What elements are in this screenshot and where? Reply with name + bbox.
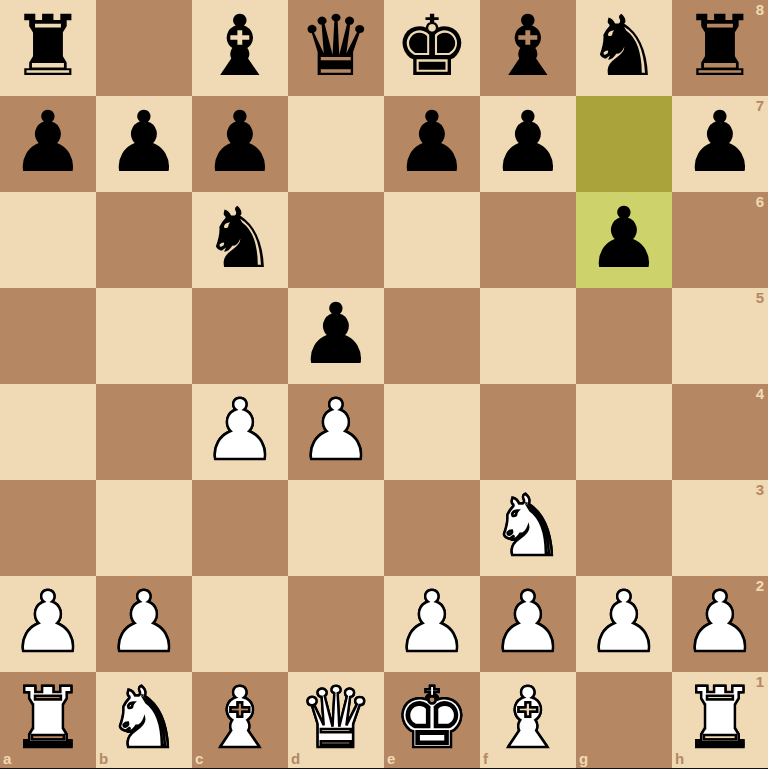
- square-h8[interactable]: ♜8: [672, 0, 768, 96]
- square-c5[interactable]: [192, 288, 288, 384]
- piece-black-knight[interactable]: ♞: [202, 190, 277, 286]
- coord-rank-6: 6: [756, 194, 764, 209]
- square-a4[interactable]: [0, 384, 96, 480]
- square-c2[interactable]: [192, 576, 288, 672]
- square-a6[interactable]: [0, 192, 96, 288]
- coord-file-g: g: [579, 751, 588, 766]
- piece-white-pawn[interactable]: ♟: [490, 574, 565, 670]
- square-f4[interactable]: [480, 384, 576, 480]
- square-e5[interactable]: [384, 288, 480, 384]
- square-e4[interactable]: [384, 384, 480, 480]
- square-h6[interactable]: 6: [672, 192, 768, 288]
- piece-black-knight[interactable]: ♞: [586, 0, 661, 94]
- square-d5[interactable]: ♟: [288, 288, 384, 384]
- square-d4[interactable]: ♟: [288, 384, 384, 480]
- square-f5[interactable]: [480, 288, 576, 384]
- piece-white-bishop[interactable]: ♝: [202, 670, 277, 766]
- piece-white-queen[interactable]: ♛: [298, 670, 373, 766]
- coord-file-f: f: [483, 751, 488, 766]
- piece-white-king[interactable]: ♚: [394, 670, 469, 766]
- square-g4[interactable]: [576, 384, 672, 480]
- square-a1[interactable]: ♜a: [0, 672, 96, 768]
- piece-black-queen[interactable]: ♛: [298, 0, 373, 94]
- square-g6[interactable]: ♟: [576, 192, 672, 288]
- piece-black-king[interactable]: ♚: [394, 0, 469, 94]
- piece-white-knight[interactable]: ♞: [106, 670, 181, 766]
- square-e3[interactable]: [384, 480, 480, 576]
- piece-black-pawn[interactable]: ♟: [682, 94, 757, 190]
- square-d7[interactable]: [288, 96, 384, 192]
- piece-black-pawn[interactable]: ♟: [298, 286, 373, 382]
- piece-black-pawn[interactable]: ♟: [106, 94, 181, 190]
- square-e8[interactable]: ♚: [384, 0, 480, 96]
- piece-white-knight[interactable]: ♞: [490, 478, 565, 574]
- piece-white-rook[interactable]: ♜: [682, 670, 757, 766]
- piece-black-rook[interactable]: ♜: [682, 0, 757, 94]
- piece-black-bishop[interactable]: ♝: [490, 0, 565, 94]
- square-g1[interactable]: g: [576, 672, 672, 768]
- piece-white-bishop[interactable]: ♝: [490, 670, 565, 766]
- piece-white-pawn[interactable]: ♟: [202, 382, 277, 478]
- square-b5[interactable]: [96, 288, 192, 384]
- square-c3[interactable]: [192, 480, 288, 576]
- piece-black-pawn[interactable]: ♟: [202, 94, 277, 190]
- piece-black-pawn[interactable]: ♟: [490, 94, 565, 190]
- square-h3[interactable]: 3: [672, 480, 768, 576]
- piece-white-pawn[interactable]: ♟: [106, 574, 181, 670]
- square-c1[interactable]: ♝c: [192, 672, 288, 768]
- square-f2[interactable]: ♟: [480, 576, 576, 672]
- coord-rank-5: 5: [756, 290, 764, 305]
- square-h2[interactable]: ♟2: [672, 576, 768, 672]
- square-g7[interactable]: [576, 96, 672, 192]
- square-d6[interactable]: [288, 192, 384, 288]
- square-h1[interactable]: ♜h1: [672, 672, 768, 768]
- square-h7[interactable]: ♟7: [672, 96, 768, 192]
- coord-rank-4: 4: [756, 386, 764, 401]
- square-f1[interactable]: ♝f: [480, 672, 576, 768]
- square-g3[interactable]: [576, 480, 672, 576]
- square-d8[interactable]: ♛: [288, 0, 384, 96]
- piece-white-pawn[interactable]: ♟: [394, 574, 469, 670]
- piece-white-pawn[interactable]: ♟: [10, 574, 85, 670]
- square-d3[interactable]: [288, 480, 384, 576]
- square-b1[interactable]: ♞b: [96, 672, 192, 768]
- chess-board[interactable]: ♜♝♛♚♝♞♜8♟♟♟♟♟♟7♞♟6♟5♟♟4♞3♟♟♟♟♟♟2♜a♞b♝c♛d…: [0, 0, 768, 769]
- square-g8[interactable]: ♞: [576, 0, 672, 96]
- square-f6[interactable]: [480, 192, 576, 288]
- piece-white-pawn[interactable]: ♟: [586, 574, 661, 670]
- square-f3[interactable]: ♞: [480, 480, 576, 576]
- piece-black-rook[interactable]: ♜: [10, 0, 85, 94]
- coord-rank-3: 3: [756, 482, 764, 497]
- square-a3[interactable]: [0, 480, 96, 576]
- square-h4[interactable]: 4: [672, 384, 768, 480]
- square-f8[interactable]: ♝: [480, 0, 576, 96]
- square-e1[interactable]: ♚e: [384, 672, 480, 768]
- square-e2[interactable]: ♟: [384, 576, 480, 672]
- square-g2[interactable]: ♟: [576, 576, 672, 672]
- square-g5[interactable]: [576, 288, 672, 384]
- piece-white-rook[interactable]: ♜: [10, 670, 85, 766]
- piece-white-pawn[interactable]: ♟: [682, 574, 757, 670]
- square-d1[interactable]: ♛d: [288, 672, 384, 768]
- piece-black-pawn[interactable]: ♟: [10, 94, 85, 190]
- square-b8[interactable]: [96, 0, 192, 96]
- square-a8[interactable]: ♜: [0, 0, 96, 96]
- square-e6[interactable]: [384, 192, 480, 288]
- board-wrapper: ♜♝♛♚♝♞♜8♟♟♟♟♟♟7♞♟6♟5♟♟4♞3♟♟♟♟♟♟2♜a♞b♝c♛d…: [0, 0, 768, 769]
- square-b2[interactable]: ♟: [96, 576, 192, 672]
- piece-white-pawn[interactable]: ♟: [298, 382, 373, 478]
- square-c6[interactable]: ♞: [192, 192, 288, 288]
- square-a5[interactable]: [0, 288, 96, 384]
- square-c8[interactable]: ♝: [192, 0, 288, 96]
- square-b3[interactable]: [96, 480, 192, 576]
- square-c7[interactable]: ♟: [192, 96, 288, 192]
- square-c4[interactable]: ♟: [192, 384, 288, 480]
- square-e7[interactable]: ♟: [384, 96, 480, 192]
- square-f7[interactable]: ♟: [480, 96, 576, 192]
- square-a7[interactable]: ♟: [0, 96, 96, 192]
- square-b6[interactable]: [96, 192, 192, 288]
- square-d2[interactable]: [288, 576, 384, 672]
- piece-black-bishop[interactable]: ♝: [202, 0, 277, 94]
- square-b4[interactable]: [96, 384, 192, 480]
- square-a2[interactable]: ♟: [0, 576, 96, 672]
- square-h5[interactable]: 5: [672, 288, 768, 384]
- square-b7[interactable]: ♟: [96, 96, 192, 192]
- piece-black-pawn[interactable]: ♟: [394, 94, 469, 190]
- piece-black-pawn[interactable]: ♟: [586, 190, 661, 286]
